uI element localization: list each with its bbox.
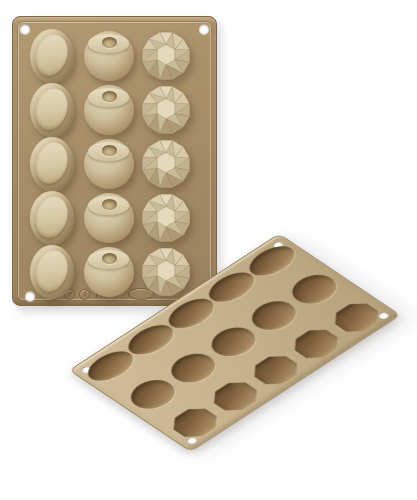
front-shape-oval-r1 bbox=[30, 29, 74, 83]
sphere-dimple bbox=[102, 37, 117, 48]
oval-shape bbox=[30, 191, 74, 245]
faceted-gem-icon bbox=[140, 246, 192, 298]
product-photo-canvas bbox=[0, 0, 417, 500]
front-shape-sphere-r5 bbox=[84, 247, 134, 297]
back-cavity-octagon-c5 bbox=[327, 298, 386, 337]
oval-shape-top bbox=[30, 30, 72, 79]
gem-shape bbox=[140, 138, 192, 190]
oval-shape-top bbox=[30, 84, 72, 133]
back-cavity-octagon-c4 bbox=[286, 324, 345, 363]
front-shape-gem-r1 bbox=[140, 30, 192, 82]
oval-shape bbox=[30, 83, 74, 137]
oval-shape bbox=[30, 29, 74, 83]
hanging-hole-back-4 bbox=[377, 311, 390, 320]
oval-shape-top bbox=[30, 138, 72, 187]
front-shape-gem-r2 bbox=[140, 84, 192, 136]
back-cavity-round-c3 bbox=[203, 322, 264, 362]
faceted-gem-icon bbox=[140, 30, 192, 82]
gem-shape bbox=[140, 246, 192, 298]
back-cavity-round-c2 bbox=[163, 348, 224, 388]
front-shape-sphere-r4 bbox=[84, 193, 134, 243]
front-shape-oval-r3 bbox=[30, 137, 74, 191]
hanging-hole-back-3 bbox=[185, 436, 198, 445]
sphere-shape bbox=[84, 193, 134, 243]
front-shape-sphere-r2 bbox=[84, 85, 134, 135]
front-mold bbox=[12, 16, 217, 306]
back-cavity-round-c5 bbox=[284, 269, 345, 309]
front-shape-gem-r4 bbox=[140, 192, 192, 244]
back-cavity-round-c4 bbox=[243, 295, 304, 335]
faceted-gem-icon bbox=[140, 84, 192, 136]
gem-shape bbox=[140, 30, 192, 82]
back-cavity-octagon-c1 bbox=[165, 403, 224, 442]
back-cavity-octagon-c2 bbox=[206, 377, 265, 416]
back-cavity-round-c1 bbox=[122, 374, 183, 414]
faceted-gem-icon bbox=[140, 138, 192, 190]
sphere-dimple bbox=[102, 91, 117, 102]
hanging-hole-front-2 bbox=[199, 24, 209, 34]
faceted-gem-icon bbox=[140, 192, 192, 244]
oval-shape bbox=[30, 137, 74, 191]
gem-shape bbox=[140, 84, 192, 136]
front-shape-oval-r2 bbox=[30, 83, 74, 137]
front-shape-gem-r5 bbox=[140, 246, 192, 298]
back-cavity-octagon-c3 bbox=[246, 351, 305, 390]
sphere-dimple bbox=[102, 145, 117, 156]
front-shape-gem-r3 bbox=[140, 138, 192, 190]
front-shape-oval-r4 bbox=[30, 191, 74, 245]
oval-shape-top bbox=[30, 246, 72, 295]
front-shape-sphere-r1 bbox=[84, 31, 134, 81]
sphere-shape bbox=[84, 31, 134, 81]
hanging-hole-front-1 bbox=[20, 24, 30, 34]
sphere-dimple bbox=[102, 253, 117, 264]
sphere-shape bbox=[84, 139, 134, 189]
sphere-dimple bbox=[102, 199, 117, 210]
front-shape-oval-r5 bbox=[30, 245, 74, 299]
oval-shape bbox=[30, 245, 74, 299]
sphere-shape bbox=[84, 85, 134, 135]
gem-shape bbox=[140, 192, 192, 244]
front-shape-sphere-r3 bbox=[84, 139, 134, 189]
oval-shape-top bbox=[30, 192, 72, 241]
sphere-shape bbox=[84, 247, 134, 297]
